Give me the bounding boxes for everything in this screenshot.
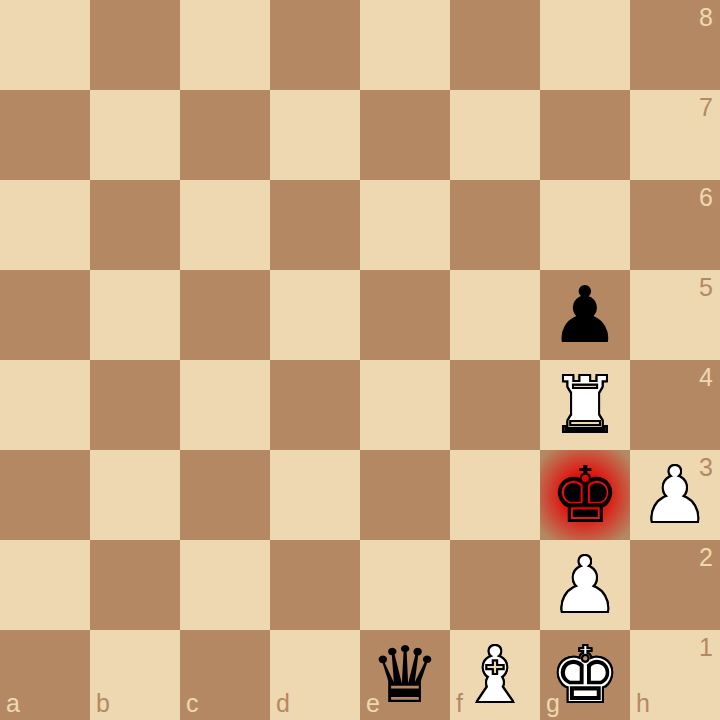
rank-label-4: 4 [699, 365, 713, 390]
square-d7[interactable] [270, 90, 360, 180]
square-d1[interactable]: d [270, 630, 360, 720]
square-c8[interactable] [180, 0, 270, 90]
square-h8[interactable]: 8 [630, 0, 720, 90]
square-c4[interactable] [180, 360, 270, 450]
square-f6[interactable] [450, 180, 540, 270]
white-pawn[interactable]: ♟ [630, 450, 720, 540]
square-h7[interactable]: 7 [630, 90, 720, 180]
square-h4[interactable]: 4 [630, 360, 720, 450]
square-h1[interactable]: 1h [630, 630, 720, 720]
square-f3[interactable] [450, 450, 540, 540]
square-h3[interactable]: ♟3 [630, 450, 720, 540]
square-c6[interactable] [180, 180, 270, 270]
square-b6[interactable] [90, 180, 180, 270]
square-c3[interactable] [180, 450, 270, 540]
black-queen[interactable]: ♛ [360, 630, 450, 720]
square-b3[interactable] [90, 450, 180, 540]
square-e1[interactable]: ♛e [360, 630, 450, 720]
square-a3[interactable] [0, 450, 90, 540]
square-a6[interactable] [0, 180, 90, 270]
square-b5[interactable] [90, 270, 180, 360]
white-king[interactable]: ♚ [540, 630, 630, 720]
square-g7[interactable] [540, 90, 630, 180]
square-b1[interactable]: b [90, 630, 180, 720]
file-label-a: a [6, 691, 20, 716]
square-a7[interactable] [0, 90, 90, 180]
square-g8[interactable] [540, 0, 630, 90]
black-pawn[interactable]: ♟ [540, 270, 630, 360]
square-g5[interactable]: ♟ [540, 270, 630, 360]
rank-label-8: 8 [699, 5, 713, 30]
square-f4[interactable] [450, 360, 540, 450]
square-d3[interactable] [270, 450, 360, 540]
square-d5[interactable] [270, 270, 360, 360]
white-pawn[interactable]: ♟ [540, 540, 630, 630]
white-rook[interactable]: ♜ [540, 360, 630, 450]
square-h2[interactable]: 2 [630, 540, 720, 630]
square-a1[interactable]: a [0, 630, 90, 720]
square-c7[interactable] [180, 90, 270, 180]
square-g3[interactable]: ♚ [540, 450, 630, 540]
square-d2[interactable] [270, 540, 360, 630]
square-f1[interactable]: ♝f [450, 630, 540, 720]
square-b4[interactable] [90, 360, 180, 450]
square-e7[interactable] [360, 90, 450, 180]
rank-label-1: 1 [699, 635, 713, 660]
square-f8[interactable] [450, 0, 540, 90]
square-e3[interactable] [360, 450, 450, 540]
square-a8[interactable] [0, 0, 90, 90]
square-d6[interactable] [270, 180, 360, 270]
file-label-h: h [636, 691, 650, 716]
square-a4[interactable] [0, 360, 90, 450]
square-c1[interactable]: c [180, 630, 270, 720]
black-king[interactable]: ♚ [540, 450, 630, 540]
square-d4[interactable] [270, 360, 360, 450]
square-h6[interactable]: 6 [630, 180, 720, 270]
square-e2[interactable] [360, 540, 450, 630]
square-b7[interactable] [90, 90, 180, 180]
rank-label-7: 7 [699, 95, 713, 120]
square-f7[interactable] [450, 90, 540, 180]
square-d8[interactable] [270, 0, 360, 90]
square-a5[interactable] [0, 270, 90, 360]
square-g6[interactable] [540, 180, 630, 270]
file-label-b: b [96, 691, 110, 716]
white-bishop[interactable]: ♝ [450, 630, 540, 720]
square-b8[interactable] [90, 0, 180, 90]
rank-label-5: 5 [699, 275, 713, 300]
square-f5[interactable] [450, 270, 540, 360]
square-e8[interactable] [360, 0, 450, 90]
square-c5[interactable] [180, 270, 270, 360]
square-a2[interactable] [0, 540, 90, 630]
square-c2[interactable] [180, 540, 270, 630]
square-g4[interactable]: ♜ [540, 360, 630, 450]
square-e6[interactable] [360, 180, 450, 270]
file-label-d: d [276, 691, 290, 716]
chess-board: 876♟5♜4♚♟3♟2abcd♛e♝f♚g1h [0, 0, 720, 720]
square-e4[interactable] [360, 360, 450, 450]
rank-label-2: 2 [699, 545, 713, 570]
file-label-c: c [186, 691, 199, 716]
square-b2[interactable] [90, 540, 180, 630]
rank-label-6: 6 [699, 185, 713, 210]
square-h5[interactable]: 5 [630, 270, 720, 360]
square-e5[interactable] [360, 270, 450, 360]
square-g1[interactable]: ♚g [540, 630, 630, 720]
square-g2[interactable]: ♟ [540, 540, 630, 630]
square-f2[interactable] [450, 540, 540, 630]
